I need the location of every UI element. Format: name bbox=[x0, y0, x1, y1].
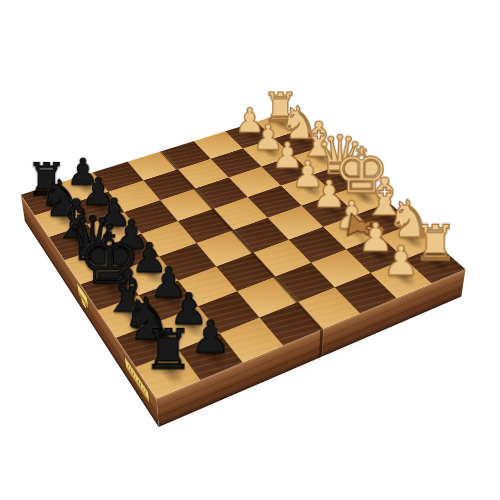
chess-piece-glyph: ♜ bbox=[143, 322, 193, 377]
chess-piece-glyph: ♟ bbox=[382, 240, 419, 281]
folding-chessboard: ♜♞♝♚♛♝♞♜♟♟♟♟♟♟♟♟♟♟♟♟♟♟♟♟♜♞♝♚♛♝♞♜♝ bbox=[25, 137, 461, 427]
piece-billboard: ♜ bbox=[96, 318, 240, 373]
fold-seam-side bbox=[319, 329, 323, 358]
chess-set-photo: ♜♞♝♚♛♝♞♜♟♟♟♟♟♟♟♟♟♟♟♟♟♟♟♟♜♞♝♚♛♝♞♜♝ bbox=[0, 0, 500, 500]
chess-scene: ♜♞♝♚♛♝♞♜♟♟♟♟♟♟♟♟♟♟♟♟♟♟♟♟♜♞♝♚♛♝♞♜♝ bbox=[0, 0, 500, 500]
piece-billboard: ♟ bbox=[336, 237, 466, 278]
